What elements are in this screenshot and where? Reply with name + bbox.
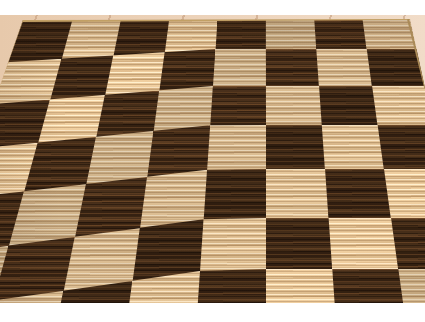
- board-cell: [314, 49, 372, 88]
- board-cell: [264, 125, 325, 171]
- board-cell: [327, 218, 399, 271]
- board-cell: [376, 125, 425, 171]
- board-cell: [320, 125, 384, 171]
- rug-photo: [0, 0, 425, 322]
- board-cell: [194, 269, 266, 303]
- board-cell: [211, 49, 266, 88]
- carpet-board: [0, 0, 425, 303]
- board-cell: [208, 86, 266, 127]
- board-cell: [264, 20, 316, 51]
- board-cell: [213, 20, 265, 51]
- board-cell: [264, 169, 329, 220]
- board-cell: [163, 20, 218, 54]
- board-cell: [370, 86, 425, 127]
- board-cell: [198, 218, 266, 273]
- board-cell: [264, 218, 332, 271]
- board-cell: [312, 20, 367, 51]
- board-cell: [202, 169, 267, 221]
- board-cell: [264, 86, 322, 127]
- board-cell: [330, 269, 405, 303]
- board-cell: [264, 49, 319, 88]
- board-cell: [111, 20, 169, 57]
- board-cell: [157, 49, 215, 93]
- white-margin-bottom: [0, 303, 425, 322]
- board-cell: [361, 20, 418, 51]
- board-cell: [205, 125, 266, 172]
- white-margin-top: [0, 0, 425, 15]
- board-cell: [365, 49, 425, 88]
- board-cell: [323, 169, 391, 220]
- board-cell: [317, 86, 378, 127]
- board-cell: [264, 269, 336, 303]
